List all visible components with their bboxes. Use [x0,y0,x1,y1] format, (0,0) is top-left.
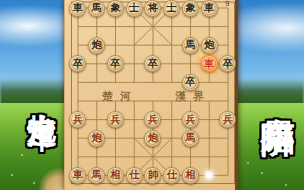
video-thumbnail: 中炮过河车 布局陷阱 [0,0,304,190]
piece-black-soldier-file9[interactable]: 卒 [219,55,236,72]
piece-red-soldier-file9[interactable]: 兵 [219,111,236,128]
piece-black-soldier-file1[interactable]: 卒 [69,55,86,72]
piece-red-soldier-file7[interactable]: 兵 [182,111,199,128]
piece-red-soldier-file3[interactable]: 兵 [107,111,124,128]
piece-black-elephant-left[interactable]: 象 [107,0,124,17]
piece-red-chariot-left[interactable]: 車 [69,167,86,184]
piece-black-elephant-right[interactable]: 象 [182,0,199,17]
piece-red-advisor-left[interactable]: 仕 [126,167,143,184]
piece-black-advisor-right[interactable]: 士 [163,0,180,17]
title-banner-right: 布局陷阱 [255,0,301,190]
piece-black-soldier-file5[interactable]: 卒 [144,55,161,72]
piece-red-cannon-central[interactable]: 炮 [144,130,161,147]
piece-red-soldier-file5[interactable]: 兵 [144,111,161,128]
last-move-origin-marker [206,172,212,178]
piece-black-chariot-right[interactable]: 車 [201,0,218,17]
piece-black-cannon-right[interactable]: 炮 [201,37,218,54]
piece-black-soldier-file3[interactable]: 卒 [107,55,124,72]
piece-black-soldier-file7-advanced[interactable]: 卒 [182,74,199,91]
piece-black-horse-left[interactable]: 馬 [88,0,105,17]
piece-red-horse-left[interactable]: 馬 [88,167,105,184]
piece-red-advisor-right[interactable]: 仕 [163,167,180,184]
title-banner-left: 中炮过河车 [20,0,64,190]
piece-black-advisor-left[interactable]: 士 [126,0,143,17]
piece-red-elephant-left[interactable]: 相 [107,167,124,184]
piece-red-cannon-left[interactable]: 炮 [88,130,105,147]
piece-red-horse-right[interactable]: 馬 [182,130,199,147]
piece-red-elephant-right[interactable]: 相 [182,167,199,184]
piece-grid: 車馬象士将士象車炮馬炮卒卒卒車卒卒兵兵兵兵兵炮炮馬車馬相仕帥仕相 [69,0,238,185]
piece-black-cannon-left[interactable]: 炮 [88,37,105,54]
piece-red-general[interactable]: 帥 [144,167,161,184]
piece-red-chariot-crossed-river[interactable]: 車 [201,55,218,72]
piece-black-chariot-left[interactable]: 車 [69,0,86,17]
xiangqi-board[interactable]: 楚河 漢界 9 車馬象士将士象車炮馬炮卒卒卒車卒卒兵兵兵兵兵炮炮馬車馬相仕帥仕相 [64,0,238,190]
piece-black-general[interactable]: 将 [144,0,161,17]
piece-red-soldier-file1[interactable]: 兵 [69,111,86,128]
piece-black-horse-right[interactable]: 馬 [182,37,199,54]
